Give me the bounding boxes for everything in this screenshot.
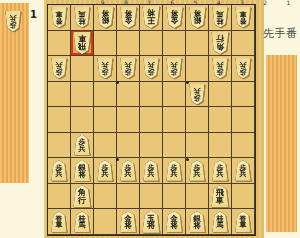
gote-piece-82: 飛 車 [73, 32, 91, 54]
square-33[interactable] [186, 56, 209, 82]
gote-piece-51: 王 将 [142, 6, 160, 28]
square-71[interactable]: 銀 将 [94, 5, 117, 31]
square-46[interactable] [163, 133, 186, 159]
square-63[interactable]: 歩 兵 [117, 56, 140, 82]
square-55[interactable] [140, 107, 163, 133]
gote-piece-91: 香 車 [51, 7, 67, 28]
sente-piece-87: 銀 将 [74, 160, 91, 181]
gote-hand-piece[interactable]: 歩 兵 [5, 11, 21, 32]
square-14[interactable] [232, 82, 255, 108]
square-75[interactable] [94, 107, 117, 133]
square-53[interactable]: 歩 兵 [140, 56, 163, 82]
square-35[interactable] [186, 107, 209, 133]
square-64[interactable] [117, 82, 140, 108]
gote-piece-21: 桂 馬 [212, 7, 228, 28]
sente-piece-28: 飛 車 [211, 185, 229, 207]
square-52[interactable] [140, 31, 163, 57]
sente-piece-47: 歩 兵 [166, 160, 182, 181]
file-label-1: 1 [277, 0, 300, 5]
gote-piece-22: 角 行 [211, 32, 229, 54]
sente-hand-tray[interactable] [266, 55, 297, 232]
square-61[interactable]: 金 将 [117, 5, 140, 31]
square-29[interactable]: 桂 馬 [209, 209, 232, 235]
gote-hand-tray[interactable]: 歩 兵 [0, 3, 29, 183]
gote-piece-63: 歩 兵 [120, 58, 136, 79]
square-13[interactable]: 歩 兵 [232, 56, 255, 82]
sente-piece-27: 歩 兵 [212, 160, 228, 181]
sente-piece-57: 歩 兵 [143, 160, 159, 181]
square-68[interactable] [117, 184, 140, 210]
square-67[interactable]: 歩 兵 [117, 158, 140, 184]
square-88[interactable]: 角 行 [71, 184, 94, 210]
square-58[interactable] [140, 184, 163, 210]
square-34[interactable]: 歩 兵 [186, 82, 209, 108]
gote-piece-11: 香 車 [235, 7, 251, 28]
gote-piece-81: 桂 馬 [74, 7, 90, 28]
square-41[interactable]: 金 将 [163, 5, 186, 31]
gote-piece-31: 銀 将 [189, 7, 206, 28]
square-11[interactable]: 香 車 [232, 5, 255, 31]
square-54[interactable] [140, 82, 163, 108]
square-74[interactable] [94, 82, 117, 108]
sente-piece-17: 歩 兵 [235, 160, 251, 181]
square-78[interactable] [94, 184, 117, 210]
square-37[interactable]: 歩 兵 [186, 158, 209, 184]
gote-piece-23: 歩 兵 [212, 58, 228, 79]
square-69[interactable]: 金 将 [117, 209, 140, 235]
gote-piece-73: 歩 兵 [97, 58, 113, 79]
square-36[interactable] [186, 133, 209, 159]
square-44[interactable] [163, 82, 186, 108]
square-84[interactable] [71, 82, 94, 108]
hoshi-dot [186, 81, 189, 84]
shogi-board: 香 車桂 馬銀 将金 将王 将金 将銀 将桂 馬香 車飛 車角 行歩 兵歩 兵歩… [47, 4, 256, 236]
square-21[interactable]: 桂 馬 [209, 5, 232, 31]
square-85[interactable] [71, 107, 94, 133]
square-25[interactable] [209, 107, 232, 133]
square-26[interactable] [209, 133, 232, 159]
square-16[interactable] [232, 133, 255, 159]
square-91[interactable]: 香 車 [48, 5, 71, 31]
square-27[interactable]: 歩 兵 [209, 158, 232, 184]
sente-piece-37: 歩 兵 [189, 160, 205, 181]
gote-hand-count: 1 [30, 9, 37, 20]
square-17[interactable]: 歩 兵 [232, 158, 255, 184]
sente-piece-39: 銀 将 [189, 211, 206, 232]
square-43[interactable]: 歩 兵 [163, 56, 186, 82]
square-82[interactable]: 飛 車 [71, 31, 94, 57]
turn-indicator: 先手番 [263, 26, 298, 41]
square-92[interactable] [48, 31, 71, 57]
square-76[interactable] [94, 133, 117, 159]
square-87[interactable]: 銀 将 [71, 158, 94, 184]
sente-piece-19: 香 車 [235, 211, 251, 232]
square-12[interactable] [232, 31, 255, 57]
square-94[interactable] [48, 82, 71, 108]
hoshi-dot [186, 158, 189, 161]
square-28[interactable]: 飛 車 [209, 184, 232, 210]
gote-piece-61: 金 将 [120, 7, 137, 28]
gote-piece-43: 歩 兵 [166, 58, 182, 79]
gote-piece-13: 歩 兵 [235, 58, 251, 79]
square-22[interactable]: 角 行 [209, 31, 232, 57]
square-81[interactable]: 桂 馬 [71, 5, 94, 31]
gote-piece-34: 歩 兵 [189, 84, 205, 105]
file-label-2: 2 [254, 0, 277, 5]
square-89[interactable]: 桂 馬 [71, 209, 94, 235]
square-62[interactable] [117, 31, 140, 57]
shogi-app: 歩 兵 1 987654321 一二三四五六七八九 香 車桂 馬銀 将金 将王 … [0, 0, 300, 238]
square-38[interactable] [186, 184, 209, 210]
sente-piece-59: 玉 将 [142, 211, 160, 233]
gote-piece-53: 歩 兵 [143, 58, 159, 79]
square-66[interactable] [117, 133, 140, 159]
square-59[interactable]: 玉 将 [140, 209, 163, 235]
gote-piece-71: 銀 将 [97, 7, 114, 28]
square-97[interactable]: 歩 兵 [48, 158, 71, 184]
square-79[interactable] [94, 209, 117, 235]
square-57[interactable]: 歩 兵 [140, 158, 163, 184]
square-83[interactable] [71, 56, 94, 82]
square-51[interactable]: 王 将 [140, 5, 163, 31]
square-31[interactable]: 銀 将 [186, 5, 209, 31]
hoshi-dot [116, 81, 119, 84]
sente-piece-49: 金 将 [166, 211, 183, 232]
square-42[interactable] [163, 31, 186, 57]
square-95[interactable] [48, 107, 71, 133]
gote-piece-41: 金 将 [166, 7, 183, 28]
sente-piece-29: 桂 馬 [212, 211, 228, 232]
square-72[interactable] [94, 31, 117, 57]
sente-piece-89: 桂 馬 [74, 211, 90, 232]
square-18[interactable] [232, 184, 255, 210]
sente-piece-99: 香 車 [51, 211, 67, 232]
square-56[interactable] [140, 133, 163, 159]
sente-piece-86: 歩 兵 [74, 135, 90, 156]
square-47[interactable]: 歩 兵 [163, 158, 186, 184]
square-23[interactable]: 歩 兵 [209, 56, 232, 82]
square-39[interactable]: 銀 将 [186, 209, 209, 235]
gote-piece-93: 歩 兵 [51, 58, 67, 79]
square-65[interactable] [117, 107, 140, 133]
square-15[interactable] [232, 107, 255, 133]
square-48[interactable] [163, 184, 186, 210]
square-45[interactable] [163, 107, 186, 133]
square-77[interactable]: 歩 兵 [94, 158, 117, 184]
square-98[interactable] [48, 184, 71, 210]
square-49[interactable]: 金 将 [163, 209, 186, 235]
square-32[interactable] [186, 31, 209, 57]
sente-piece-77: 歩 兵 [97, 160, 113, 181]
square-24[interactable] [209, 82, 232, 108]
square-96[interactable] [48, 133, 71, 159]
sente-piece-97: 歩 兵 [51, 160, 67, 181]
square-93[interactable]: 歩 兵 [48, 56, 71, 82]
sente-piece-67: 歩 兵 [120, 160, 136, 181]
square-99[interactable]: 香 車 [48, 209, 71, 235]
sente-piece-69: 金 将 [120, 211, 137, 232]
square-19[interactable]: 香 車 [232, 209, 255, 235]
sente-piece-88: 角 行 [73, 185, 91, 207]
square-86[interactable]: 歩 兵 [71, 133, 94, 159]
square-73[interactable]: 歩 兵 [94, 56, 117, 82]
